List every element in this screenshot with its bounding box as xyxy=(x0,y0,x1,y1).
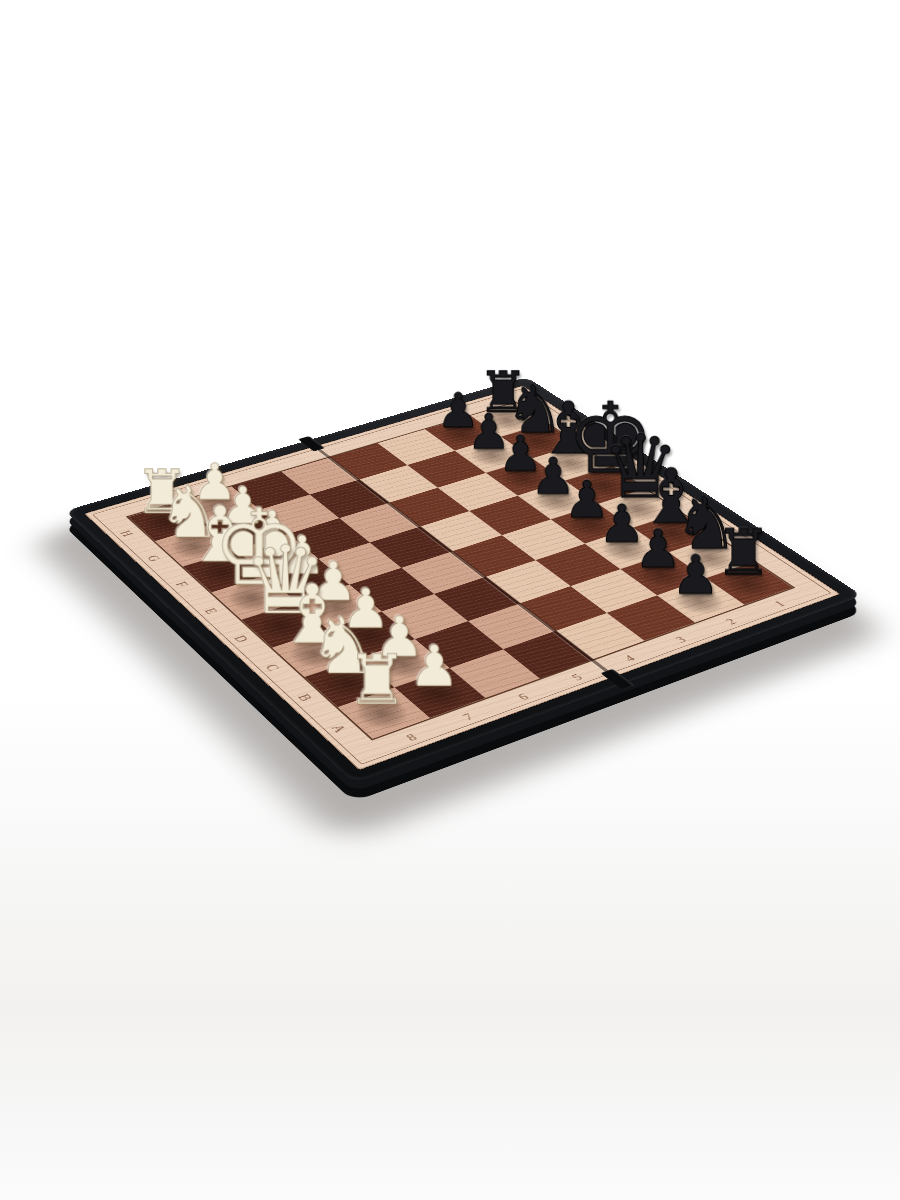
scene: ♜♞♝♚♛♝♞♜♟♟♟♟♟♟♟♟♟♟♟♟♟♟♟♟♜♞♝♚♛♝♞♜ HGFEDCB… xyxy=(0,0,900,1200)
piece-black-pawn[interactable]: ♟ xyxy=(664,548,726,602)
piece-white-pawn[interactable]: ♟ xyxy=(401,638,467,695)
file-label: G xyxy=(132,544,175,574)
chessboard: ♜♞♝♚♛♝♞♜♟♟♟♟♟♟♟♟♟♟♟♟♟♟♟♟♜♞♝♚♛♝♞♜ HGFEDCB… xyxy=(65,377,862,783)
board-surface: ♜♞♝♚♛♝♞♜♟♟♟♟♟♟♟♟♟♟♟♟♟♟♟♟♜♞♝♚♛♝♞♜ HGFEDCB… xyxy=(84,386,840,771)
board-frame: ♜♞♝♚♛♝♞♜♟♟♟♟♟♟♟♟♟♟♟♟♟♟♟♟♜♞♝♚♛♝♞♜ HGFEDCB… xyxy=(65,377,862,783)
piece-white-rook[interactable]: ♜ xyxy=(343,646,410,715)
rank-label: 1 xyxy=(757,589,802,618)
